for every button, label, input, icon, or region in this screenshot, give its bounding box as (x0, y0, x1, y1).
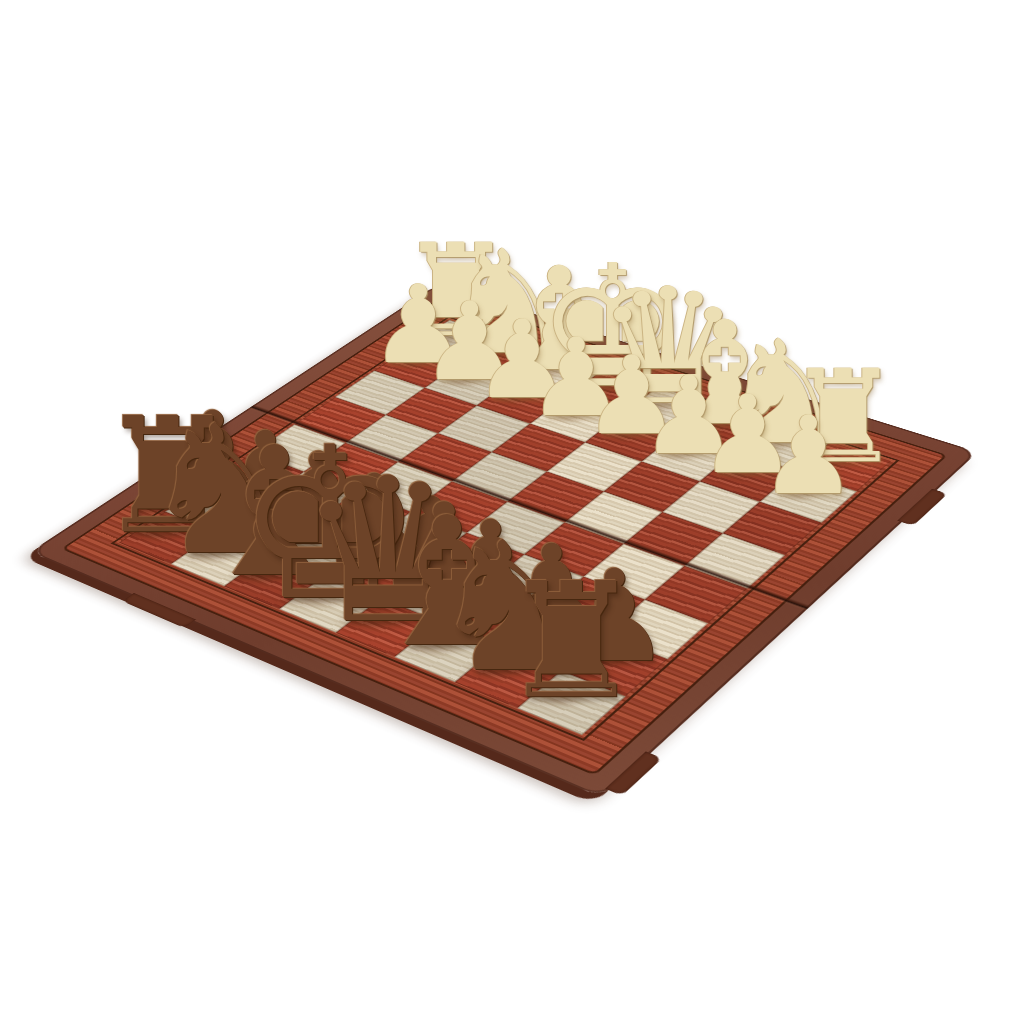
chess-set-photo: ♜♞♟♝♟♚♟♛♟♝♟♞♟♜♟♟♟♟♜♟♞♟♝♟♚♟♛♟♝♟♞♜ (0, 0, 1024, 1024)
chess-board (30, 284, 978, 798)
checker-grid (119, 320, 891, 735)
board-foot-notch (897, 489, 947, 526)
